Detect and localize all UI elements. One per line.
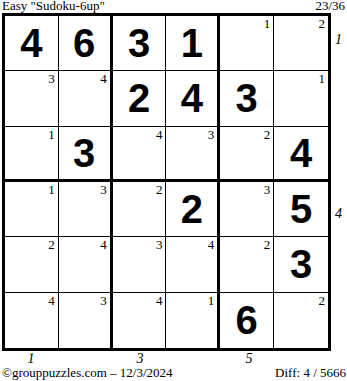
cell-r6c4[interactable]: 1 <box>166 293 220 348</box>
cell-r5c3[interactable]: 3 <box>113 237 167 292</box>
corner-mark: 3 <box>208 128 215 141</box>
cell-r2c2[interactable]: 4 <box>59 71 113 126</box>
cell-r6c6[interactable]: 2 <box>274 293 328 348</box>
cell-r5c5[interactable]: 2 <box>220 237 274 292</box>
cell-r1c4[interactable]: 1 <box>166 16 220 71</box>
corner-mark: 4 <box>48 294 55 307</box>
corner-mark: 1 <box>318 72 325 85</box>
cell-r2c6[interactable]: 1 <box>274 71 328 126</box>
col-label-5: 5 <box>246 352 253 366</box>
cell-value: 6 <box>73 23 95 63</box>
cell-r6c2[interactable]: 3 <box>59 293 113 348</box>
corner-mark: 4 <box>156 128 163 141</box>
cell-r1c2[interactable]: 6 <box>59 16 113 71</box>
cell-r2c4[interactable]: 4 <box>166 71 220 126</box>
cell-r6c5[interactable]: 6 <box>220 293 274 348</box>
cell-r3c2[interactable]: 3 <box>59 127 113 182</box>
cell-r1c5[interactable]: 1 <box>220 16 274 71</box>
header: Easy "Sudoku-6up" 23/36 <box>2 0 345 13</box>
cell-r6c3[interactable]: 4 <box>113 293 167 348</box>
cell-r4c2[interactable]: 3 <box>59 182 113 237</box>
cell-r5c4[interactable]: 4 <box>166 237 220 292</box>
corner-mark: 4 <box>100 72 107 85</box>
corner-mark: 3 <box>156 238 163 251</box>
cell-r2c5[interactable]: 3 <box>220 71 274 126</box>
cell-r3c3[interactable]: 4 <box>113 127 167 182</box>
cell-value: 1 <box>181 23 203 63</box>
sudoku-board: 463112342431134324132235243423434162 <box>2 13 331 351</box>
cell-r5c2[interactable]: 4 <box>59 237 113 292</box>
col-label-3: 3 <box>137 352 144 366</box>
cell-value: 4 <box>181 78 203 118</box>
corner-mark: 2 <box>48 238 55 251</box>
corner-mark: 2 <box>264 128 271 141</box>
row-label-4: 4 <box>335 207 342 221</box>
corner-mark: 2 <box>318 294 325 307</box>
corner-mark: 3 <box>100 294 107 307</box>
cell-r1c6[interactable]: 2 <box>274 16 328 71</box>
corner-mark: 3 <box>264 183 271 196</box>
corner-mark: 1 <box>208 294 215 307</box>
difficulty-text: Diff: 4 / 5666 <box>275 366 346 380</box>
cell-r1c1[interactable]: 4 <box>5 16 59 71</box>
footer: ©grouppuzzles.com – 12/3/2024 Diff: 4 / … <box>2 366 346 380</box>
cell-value: 4 <box>290 133 312 173</box>
corner-mark: 1 <box>48 128 55 141</box>
cell-r4c5[interactable]: 3 <box>220 182 274 237</box>
puzzle-title: Easy "Sudoku-6up" <box>2 0 105 13</box>
cell-r5c6[interactable]: 3 <box>274 237 328 292</box>
corner-mark: 1 <box>48 183 55 196</box>
cell-r3c6[interactable]: 4 <box>274 127 328 182</box>
cell-value: 2 <box>181 189 203 229</box>
cell-value: 4 <box>20 23 42 63</box>
cell-value: 6 <box>236 300 258 340</box>
corner-mark: 2 <box>156 183 163 196</box>
cell-r1c3[interactable]: 3 <box>113 16 167 71</box>
cell-r4c4[interactable]: 2 <box>166 182 220 237</box>
cell-value: 3 <box>290 244 312 284</box>
cell-value: 3 <box>236 78 258 118</box>
copyright-text: ©grouppuzzles.com – 12/3/2024 <box>2 366 173 380</box>
cell-r2c1[interactable]: 3 <box>5 71 59 126</box>
cell-r5c1[interactable]: 2 <box>5 237 59 292</box>
corner-mark: 3 <box>48 72 55 85</box>
cell-r4c3[interactable]: 2 <box>113 182 167 237</box>
corner-mark: 4 <box>156 294 163 307</box>
row-label-1: 1 <box>335 33 342 47</box>
corner-mark: 1 <box>264 17 271 30</box>
corner-mark: 2 <box>264 238 271 251</box>
cell-r3c4[interactable]: 3 <box>166 127 220 182</box>
corner-mark: 2 <box>318 17 325 30</box>
corner-mark: 4 <box>100 238 107 251</box>
cell-r4c1[interactable]: 1 <box>5 182 59 237</box>
cell-value: 3 <box>73 133 95 173</box>
puzzle-counter: 23/36 <box>315 0 345 13</box>
cell-r3c5[interactable]: 2 <box>220 127 274 182</box>
cell-r3c1[interactable]: 1 <box>5 127 59 182</box>
cell-r6c1[interactable]: 4 <box>5 293 59 348</box>
corner-mark: 3 <box>100 183 107 196</box>
corner-mark: 4 <box>208 238 215 251</box>
cell-value: 5 <box>290 189 312 229</box>
cell-r2c3[interactable]: 2 <box>113 71 167 126</box>
col-label-1: 1 <box>28 352 35 366</box>
cell-value: 2 <box>128 78 150 118</box>
cell-r4c6[interactable]: 5 <box>274 182 328 237</box>
cell-value: 3 <box>128 23 150 63</box>
